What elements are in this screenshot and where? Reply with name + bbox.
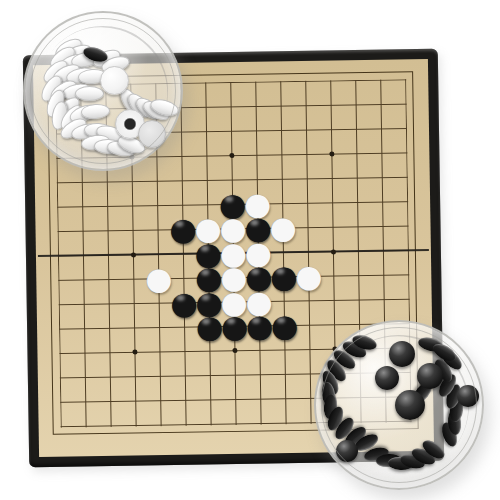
- white-stone-bowl[interactable]: [23, 11, 183, 171]
- go-stone-black[interactable]: ●: [271, 264, 296, 289]
- stone-highlight: [202, 294, 210, 300]
- bowl-stone-white[interactable]: [138, 120, 166, 148]
- star-point: [131, 252, 136, 257]
- go-stone-black[interactable]: ●: [222, 314, 247, 339]
- go-stone-white[interactable]: ●: [270, 215, 295, 240]
- stone-highlight: [177, 294, 185, 300]
- go-stone-white[interactable]: ●: [146, 266, 171, 291]
- go-stone-black[interactable]: ●: [247, 313, 272, 338]
- stone-highlight: [252, 318, 260, 324]
- stone-highlight: [251, 269, 259, 275]
- bowl-stone-black[interactable]: [336, 440, 358, 462]
- black-stone-bowl[interactable]: [314, 320, 484, 490]
- stone-highlight: [277, 317, 285, 323]
- go-stone-black[interactable]: ●: [172, 290, 197, 315]
- go-stone-black[interactable]: ●: [197, 314, 222, 339]
- star-point: [331, 249, 336, 254]
- bowl-stone-white[interactable]: [75, 86, 104, 101]
- stone-highlight: [227, 318, 235, 324]
- go-stone-black[interactable]: ●: [170, 217, 195, 242]
- bowl-stone-black[interactable]: [395, 390, 425, 420]
- product-photo-scene: ●●●●●●●●●●●●●●●●●●●●●●●●: [0, 0, 500, 500]
- stone-highlight: [250, 220, 258, 226]
- go-stone-black[interactable]: ●: [272, 313, 297, 338]
- stone-highlight: [175, 221, 183, 227]
- go-stone-white[interactable]: ●: [296, 264, 321, 289]
- bowl-stone-black[interactable]: [375, 366, 399, 390]
- stone-highlight: [276, 268, 284, 274]
- bowl-stone-black[interactable]: [417, 363, 443, 389]
- stone-highlight: [225, 196, 233, 202]
- bowl-stone-white[interactable]: [100, 66, 129, 95]
- bowl-stone-black[interactable]: [457, 385, 479, 407]
- stone-highlight: [202, 318, 210, 324]
- stone-highlight: [201, 245, 209, 251]
- bowl-stone-black[interactable]: [389, 341, 415, 367]
- stone-highlight: [201, 270, 209, 276]
